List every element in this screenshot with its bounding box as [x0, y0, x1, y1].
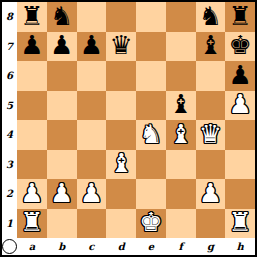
- square-b5[interactable]: [47, 91, 77, 121]
- square-h8[interactable]: ♜: [225, 2, 255, 32]
- square-d2[interactable]: [106, 179, 136, 209]
- black-queen-d7: ♛: [109, 32, 132, 58]
- square-a3[interactable]: [17, 150, 47, 180]
- square-e2[interactable]: [136, 179, 166, 209]
- black-pawn-c7: ♟: [80, 32, 103, 58]
- square-f3[interactable]: [166, 150, 196, 180]
- square-c3[interactable]: [77, 150, 107, 180]
- square-e7[interactable]: [136, 32, 166, 62]
- rank-label-8: 8: [2, 2, 17, 32]
- square-c8[interactable]: [77, 2, 107, 32]
- rank-label-6: 6: [2, 61, 17, 91]
- black-knight-b8: ♞: [50, 3, 73, 29]
- square-h7[interactable]: ♚: [225, 32, 255, 62]
- white-bishop-f4: ♝: [169, 121, 192, 147]
- white-pawn-g2: ♟: [199, 180, 222, 206]
- square-c2[interactable]: ♟: [77, 179, 107, 209]
- black-knight-g8: ♞: [199, 3, 222, 29]
- rank-label-1: 1: [2, 209, 17, 239]
- white-queen-g4: ♛: [199, 121, 222, 147]
- square-a8[interactable]: ♜: [17, 2, 47, 32]
- black-rook-h8: ♜: [228, 3, 251, 29]
- corner-cell: [2, 238, 17, 255]
- square-c4[interactable]: [77, 120, 107, 150]
- white-pawn-h5: ♟: [228, 91, 251, 117]
- square-a7[interactable]: ♟: [17, 32, 47, 62]
- white-to-move-indicator-icon: [2, 239, 17, 254]
- file-label-d: d: [106, 238, 136, 255]
- file-label-b: b: [47, 238, 77, 255]
- square-g6[interactable]: [196, 61, 226, 91]
- square-g4[interactable]: ♛: [196, 120, 226, 150]
- square-g7[interactable]: ♝: [196, 32, 226, 62]
- square-d4[interactable]: [106, 120, 136, 150]
- square-h6[interactable]: ♟: [225, 61, 255, 91]
- square-g2[interactable]: ♟: [196, 179, 226, 209]
- square-c1[interactable]: [77, 209, 107, 239]
- square-d8[interactable]: [106, 2, 136, 32]
- square-d7[interactable]: ♛: [106, 32, 136, 62]
- square-e1[interactable]: ♚: [136, 209, 166, 239]
- file-label-g: g: [196, 238, 226, 255]
- square-a2[interactable]: ♟: [17, 179, 47, 209]
- white-knight-e4: ♞: [139, 121, 162, 147]
- square-g5[interactable]: [196, 91, 226, 121]
- square-c6[interactable]: [77, 61, 107, 91]
- square-f1[interactable]: [166, 209, 196, 239]
- square-e3[interactable]: [136, 150, 166, 180]
- square-b7[interactable]: ♟: [47, 32, 77, 62]
- white-rook-a1: ♜: [20, 209, 43, 235]
- square-a5[interactable]: [17, 91, 47, 121]
- square-b3[interactable]: [47, 150, 77, 180]
- square-g1[interactable]: [196, 209, 226, 239]
- black-pawn-b7: ♟: [50, 32, 73, 58]
- square-d1[interactable]: [106, 209, 136, 239]
- square-b1[interactable]: [47, 209, 77, 239]
- black-bishop-f5: ♝: [169, 91, 192, 117]
- square-c5[interactable]: [77, 91, 107, 121]
- square-a6[interactable]: [17, 61, 47, 91]
- rank-label-3: 3: [2, 150, 17, 180]
- square-f2[interactable]: [166, 179, 196, 209]
- rank-label-5: 5: [2, 91, 17, 121]
- square-e5[interactable]: [136, 91, 166, 121]
- square-e8[interactable]: [136, 2, 166, 32]
- black-rook-a8: ♜: [20, 3, 43, 29]
- rank-label-4: 4: [2, 120, 17, 150]
- square-b8[interactable]: ♞: [47, 2, 77, 32]
- square-d6[interactable]: [106, 61, 136, 91]
- square-c7[interactable]: ♟: [77, 32, 107, 62]
- square-e4[interactable]: ♞: [136, 120, 166, 150]
- file-label-e: e: [136, 238, 166, 255]
- file-label-h: h: [225, 238, 255, 255]
- white-pawn-b2: ♟: [50, 180, 73, 206]
- file-label-a: a: [17, 238, 47, 255]
- black-pawn-a7: ♟: [20, 32, 43, 58]
- white-king-e1: ♚: [139, 209, 162, 235]
- square-e6[interactable]: [136, 61, 166, 91]
- square-g3[interactable]: [196, 150, 226, 180]
- square-g8[interactable]: ♞: [196, 2, 226, 32]
- square-a1[interactable]: ♜: [17, 209, 47, 239]
- chess-board-diagram: 8♜♞♞♜7♟♟♟♛♝♚6♟5♝♟4♞♝♛3♝2♟♟♟♟1♜♚♜abcdefgh: [0, 0, 257, 257]
- square-b4[interactable]: [47, 120, 77, 150]
- square-d5[interactable]: [106, 91, 136, 121]
- square-h1[interactable]: ♜: [225, 209, 255, 239]
- white-rook-h1: ♜: [228, 209, 251, 235]
- white-pawn-c2: ♟: [80, 180, 103, 206]
- square-f4[interactable]: ♝: [166, 120, 196, 150]
- square-a4[interactable]: [17, 120, 47, 150]
- black-pawn-h6: ♟: [228, 62, 251, 88]
- rank-label-7: 7: [2, 32, 17, 62]
- square-b6[interactable]: [47, 61, 77, 91]
- file-label-c: c: [77, 238, 107, 255]
- square-f6[interactable]: [166, 61, 196, 91]
- file-label-f: f: [166, 238, 196, 255]
- square-f8[interactable]: [166, 2, 196, 32]
- square-h4[interactable]: [225, 120, 255, 150]
- square-f7[interactable]: [166, 32, 196, 62]
- square-f5[interactable]: ♝: [166, 91, 196, 121]
- square-h5[interactable]: ♟: [225, 91, 255, 121]
- black-king-h7: ♚: [228, 32, 251, 58]
- white-pawn-a2: ♟: [20, 180, 43, 206]
- square-h3[interactable]: [225, 150, 255, 180]
- square-d3[interactable]: ♝: [106, 150, 136, 180]
- rank-label-2: 2: [2, 179, 17, 209]
- square-b2[interactable]: ♟: [47, 179, 77, 209]
- white-bishop-d3: ♝: [109, 150, 132, 176]
- black-bishop-g7: ♝: [199, 32, 222, 58]
- square-h2[interactable]: [225, 179, 255, 209]
